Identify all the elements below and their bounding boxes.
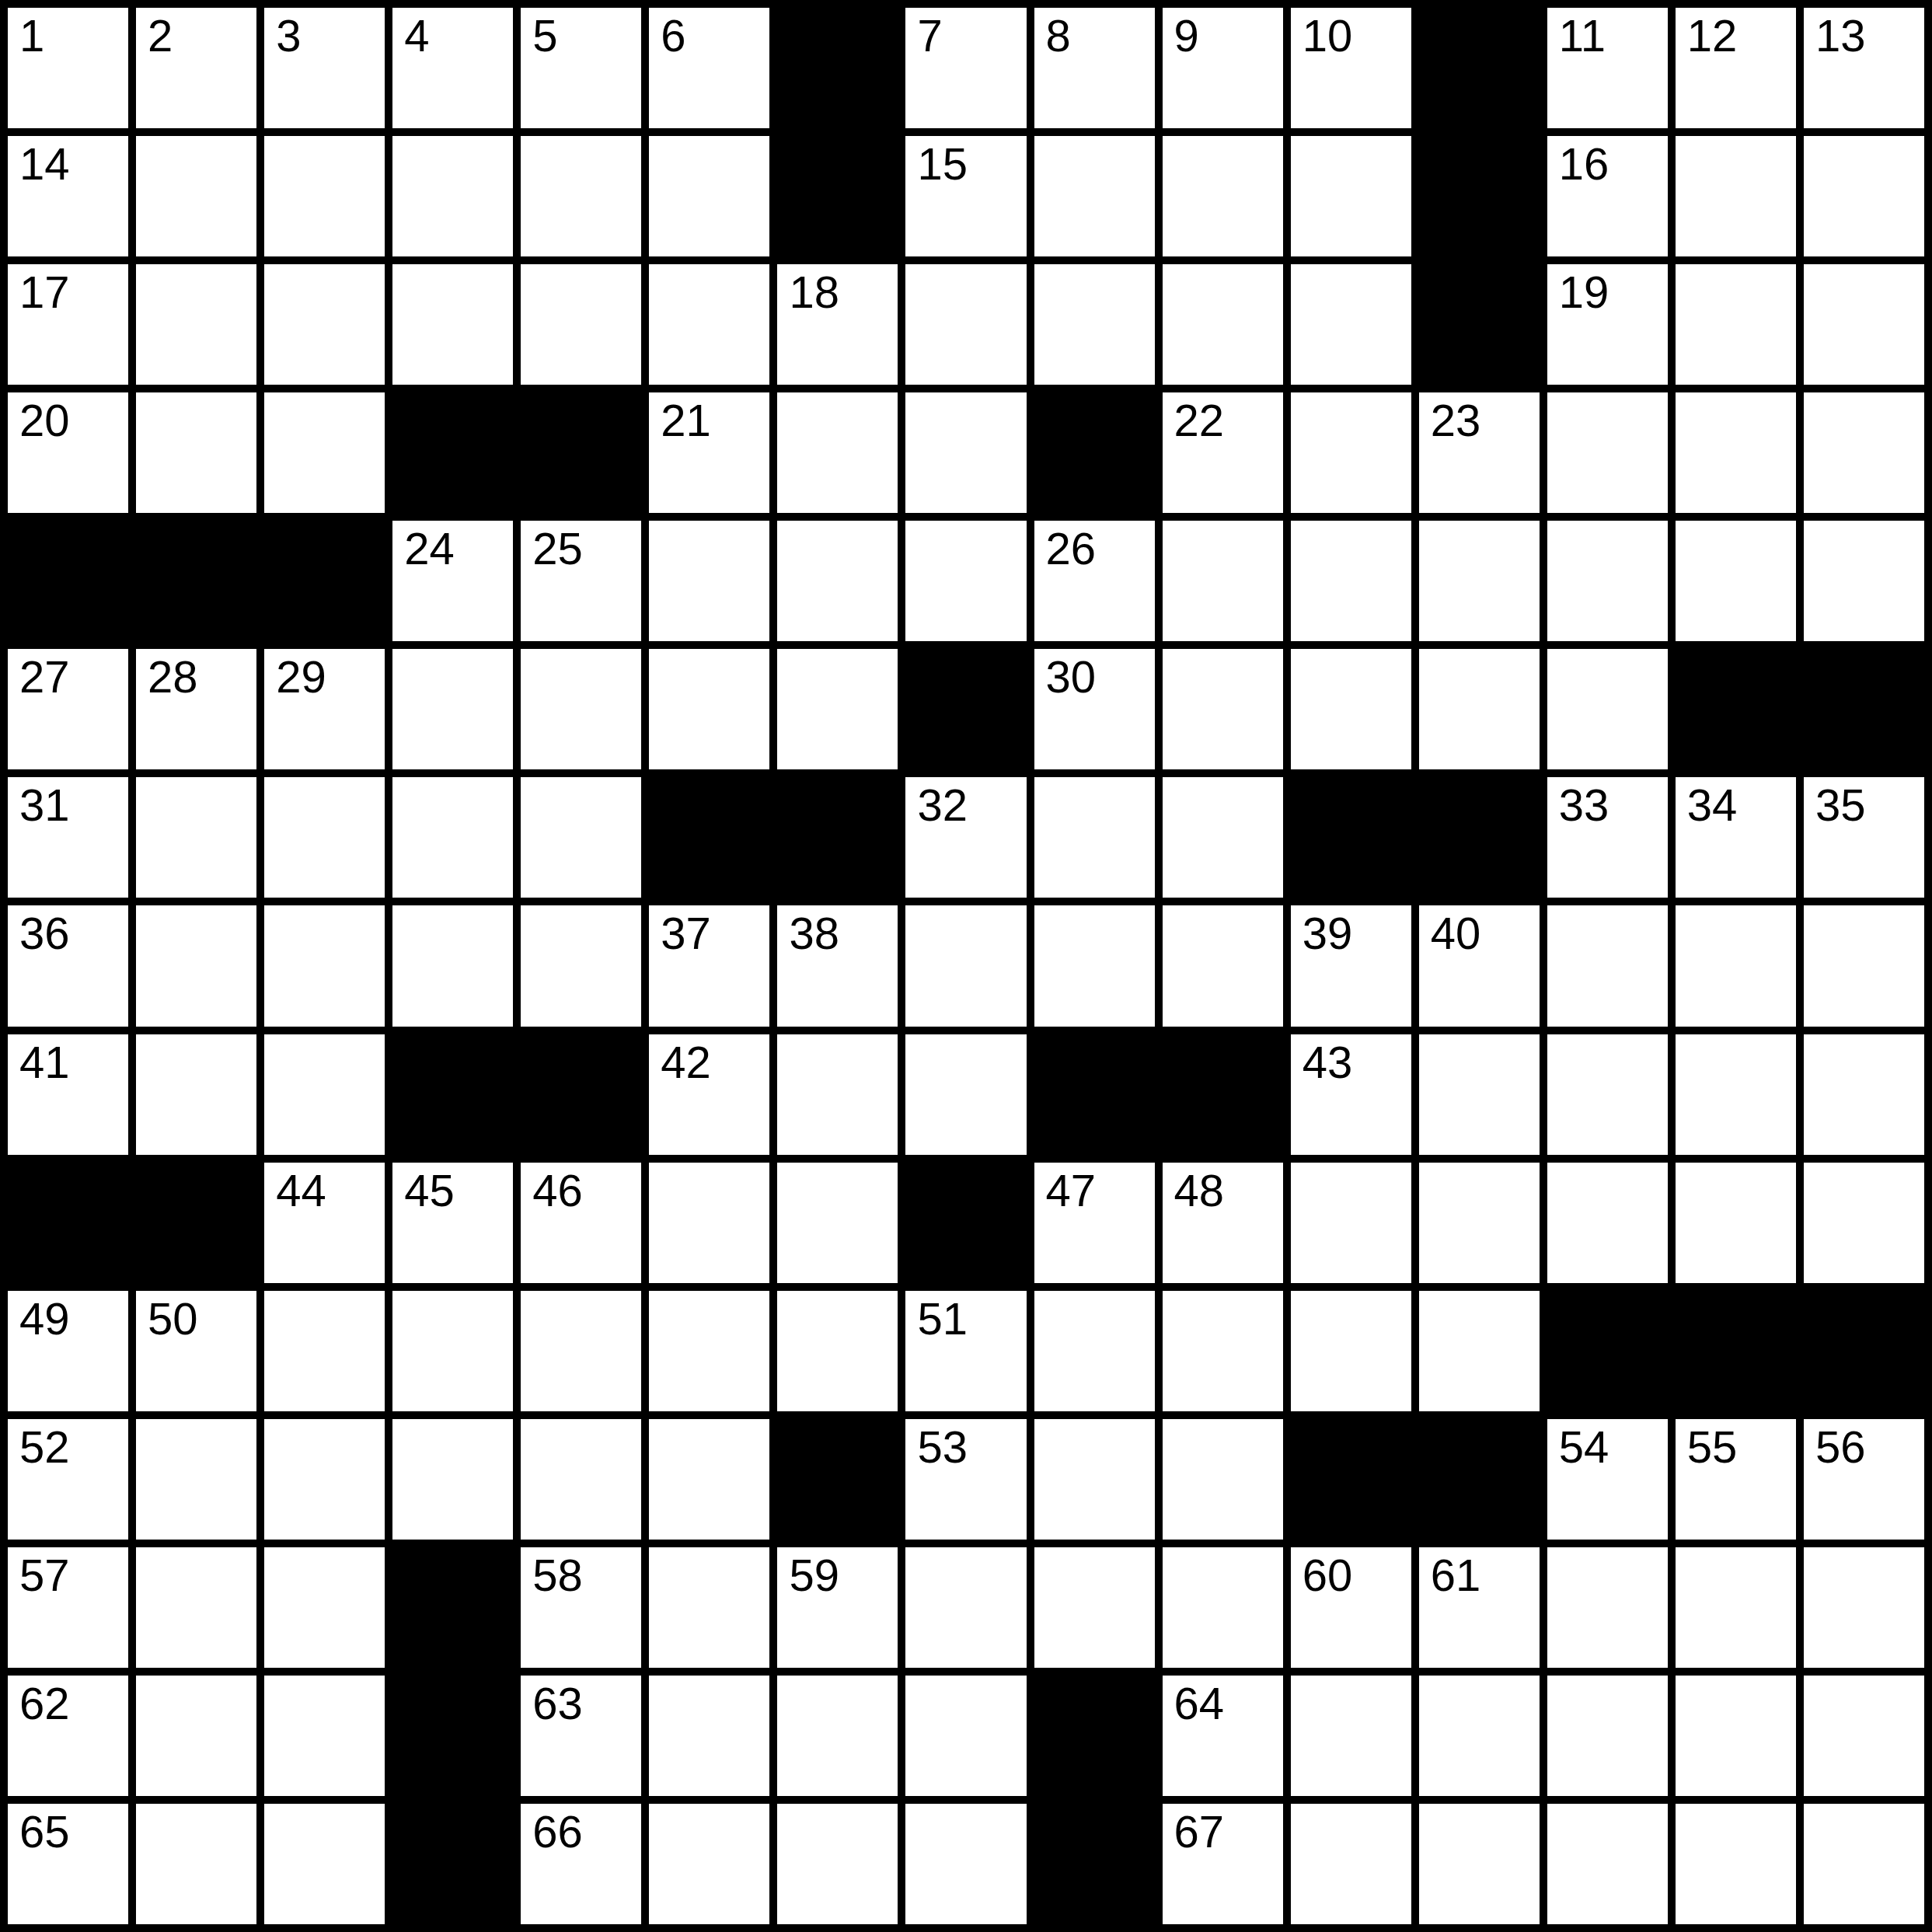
- cell-r2c4[interactable]: [392, 136, 513, 256]
- cell-r13c6[interactable]: [649, 1547, 769, 1668]
- clue-number: 11: [1559, 10, 1606, 62]
- black-square-r4c4: [392, 392, 513, 513]
- clue-number: 51: [917, 1293, 968, 1345]
- cell-r14c12[interactable]: [1419, 1676, 1540, 1796]
- black-square-r5c2: [136, 521, 256, 641]
- cell-r12c5[interactable]: [521, 1419, 641, 1540]
- black-square-r7c7: [777, 777, 898, 898]
- black-square-r15c9: [1034, 1804, 1155, 1924]
- clue-number: 65: [19, 1806, 70, 1858]
- cell-r5c8[interactable]: [905, 521, 1026, 641]
- cell-r15c3[interactable]: [264, 1804, 385, 1924]
- cell-r14c11[interactable]: [1291, 1676, 1411, 1796]
- cell-r4c2[interactable]: [136, 392, 256, 513]
- clue-number: 46: [532, 1165, 583, 1217]
- cell-r5c4[interactable]: 24: [392, 521, 513, 641]
- cell-r15c5[interactable]: 66: [521, 1804, 641, 1924]
- cell-r11c1[interactable]: 49: [8, 1291, 128, 1411]
- clue-number: 31: [19, 779, 70, 832]
- cell-r3c14[interactable]: [1676, 264, 1796, 385]
- cell-r4c13[interactable]: [1547, 392, 1668, 513]
- cell-r7c8[interactable]: 32: [905, 777, 1026, 898]
- cell-r3c2[interactable]: [136, 264, 256, 385]
- cell-r2c9[interactable]: [1034, 136, 1155, 256]
- cell-r12c15[interactable]: 56: [1804, 1419, 1924, 1540]
- cell-r13c9[interactable]: [1034, 1547, 1155, 1668]
- cell-r11c7[interactable]: [777, 1291, 898, 1411]
- cell-r10c14[interactable]: [1676, 1163, 1796, 1283]
- cell-r15c12[interactable]: [1419, 1804, 1540, 1924]
- cell-r4c8[interactable]: [905, 392, 1026, 513]
- cell-r7c2[interactable]: [136, 777, 256, 898]
- clue-number: 10: [1303, 10, 1353, 62]
- clue-number: 18: [789, 267, 839, 319]
- cell-r9c13[interactable]: [1547, 1034, 1668, 1155]
- cell-r6c4[interactable]: [392, 649, 513, 769]
- cell-r5c14[interactable]: [1676, 521, 1796, 641]
- clue-number: 25: [532, 523, 583, 575]
- black-square-r12c11: [1291, 1419, 1411, 1540]
- black-square-r7c6: [649, 777, 769, 898]
- cell-r13c8[interactable]: [905, 1547, 1026, 1668]
- clue-number: 12: [1687, 10, 1738, 62]
- clue-number: 8: [1046, 10, 1071, 62]
- clue-number: 49: [19, 1293, 70, 1345]
- clue-number: 28: [148, 651, 198, 703]
- cell-r7c9[interactable]: [1034, 777, 1155, 898]
- black-square-r12c12: [1419, 1419, 1540, 1540]
- clue-number: 52: [19, 1421, 70, 1473]
- cell-r9c12[interactable]: [1419, 1034, 1540, 1155]
- cell-r15c13[interactable]: [1547, 1804, 1668, 1924]
- cell-r15c11[interactable]: [1291, 1804, 1411, 1924]
- cell-r6c2[interactable]: 28: [136, 649, 256, 769]
- cell-r8c3[interactable]: [264, 905, 385, 1026]
- cell-r4c6[interactable]: 21: [649, 392, 769, 513]
- cell-r14c3[interactable]: [264, 1676, 385, 1796]
- clue-number: 59: [789, 1550, 839, 1602]
- clue-number: 53: [917, 1421, 968, 1473]
- black-square-r10c2: [136, 1163, 256, 1283]
- cell-r8c12[interactable]: 40: [1419, 905, 1540, 1026]
- cell-r4c14[interactable]: [1676, 392, 1796, 513]
- clue-number: 45: [404, 1165, 455, 1217]
- cell-r7c10[interactable]: [1163, 777, 1283, 898]
- cell-r13c12[interactable]: 61: [1419, 1547, 1540, 1668]
- black-square-r14c4: [392, 1676, 513, 1796]
- clue-number: 17: [19, 267, 70, 319]
- cell-r4c1[interactable]: 20: [8, 392, 128, 513]
- black-square-r10c8: [905, 1163, 1026, 1283]
- cell-r10c12[interactable]: [1419, 1163, 1540, 1283]
- black-square-r5c3: [264, 521, 385, 641]
- cell-r1c8[interactable]: 7: [905, 8, 1026, 128]
- cell-r14c2[interactable]: [136, 1676, 256, 1796]
- cell-r1c10[interactable]: 9: [1163, 8, 1283, 128]
- cell-r5c11[interactable]: [1291, 521, 1411, 641]
- cell-r2c15[interactable]: [1804, 136, 1924, 256]
- cell-r1c2[interactable]: 2: [136, 8, 256, 128]
- cell-r8c15[interactable]: [1804, 905, 1924, 1026]
- cell-r8c2[interactable]: [136, 905, 256, 1026]
- cell-r15c1[interactable]: 65: [8, 1804, 128, 1924]
- cell-r6c1[interactable]: 27: [8, 649, 128, 769]
- cell-r5c12[interactable]: [1419, 521, 1540, 641]
- cell-r1c3[interactable]: 3: [264, 8, 385, 128]
- black-square-r11c14: [1676, 1291, 1796, 1411]
- cell-r12c1[interactable]: 52: [8, 1419, 128, 1540]
- cell-r3c1[interactable]: 17: [8, 264, 128, 385]
- clue-number: 6: [661, 10, 685, 62]
- cell-r12c14[interactable]: 55: [1676, 1419, 1796, 1540]
- cell-r12c9[interactable]: [1034, 1419, 1155, 1540]
- cell-r2c6[interactable]: [649, 136, 769, 256]
- cell-r10c7[interactable]: [777, 1163, 898, 1283]
- clue-number: 42: [661, 1037, 711, 1089]
- black-square-r9c4: [392, 1034, 513, 1155]
- crossword-grid: 1234567891011121314151617181920212223242…: [0, 0, 1932, 1932]
- cell-r13c7[interactable]: 59: [777, 1547, 898, 1668]
- black-square-r6c14: [1676, 649, 1796, 769]
- cell-r5c13[interactable]: [1547, 521, 1668, 641]
- cell-r7c5[interactable]: [521, 777, 641, 898]
- black-square-r9c5: [521, 1034, 641, 1155]
- black-square-r10c1: [8, 1163, 128, 1283]
- cell-r13c5[interactable]: 58: [521, 1547, 641, 1668]
- clue-number: 36: [19, 908, 70, 960]
- cell-r8c5[interactable]: [521, 905, 641, 1026]
- cell-r10c6[interactable]: [649, 1163, 769, 1283]
- black-square-r2c7: [777, 136, 898, 256]
- clue-number: 2: [148, 10, 173, 62]
- cell-r9c7[interactable]: [777, 1034, 898, 1155]
- cell-r8c9[interactable]: [1034, 905, 1155, 1026]
- cell-r4c3[interactable]: [264, 392, 385, 513]
- cell-r10c15[interactable]: [1804, 1163, 1924, 1283]
- black-square-r15c4: [392, 1804, 513, 1924]
- cell-r9c8[interactable]: [905, 1034, 1026, 1155]
- cell-r11c10[interactable]: [1163, 1291, 1283, 1411]
- cell-r3c9[interactable]: [1034, 264, 1155, 385]
- cell-r4c12[interactable]: 23: [1419, 392, 1540, 513]
- clue-number: 24: [404, 523, 455, 575]
- clue-number: 4: [404, 10, 429, 62]
- clue-number: 33: [1559, 779, 1609, 832]
- clue-number: 15: [917, 138, 968, 190]
- black-square-r12c7: [777, 1419, 898, 1540]
- cell-r3c6[interactable]: [649, 264, 769, 385]
- cell-r11c8[interactable]: 51: [905, 1291, 1026, 1411]
- cell-r11c3[interactable]: [264, 1291, 385, 1411]
- cell-r14c13[interactable]: [1547, 1676, 1668, 1796]
- clue-number: 26: [1046, 523, 1097, 575]
- cell-r1c14[interactable]: 12: [1676, 8, 1796, 128]
- black-square-r1c12: [1419, 8, 1540, 128]
- black-square-r11c15: [1804, 1291, 1924, 1411]
- cell-r7c4[interactable]: [392, 777, 513, 898]
- cell-r5c6[interactable]: [649, 521, 769, 641]
- cell-r6c13[interactable]: [1547, 649, 1668, 769]
- cell-r4c15[interactable]: [1804, 392, 1924, 513]
- clue-number: 57: [19, 1550, 70, 1602]
- cell-r13c2[interactable]: [136, 1547, 256, 1668]
- clue-number: 41: [19, 1037, 70, 1089]
- clue-number: 9: [1174, 10, 1199, 62]
- cell-r14c15[interactable]: [1804, 1676, 1924, 1796]
- black-square-r1c7: [777, 8, 898, 128]
- clue-number: 14: [19, 138, 70, 190]
- cell-r8c13[interactable]: [1547, 905, 1668, 1026]
- cell-r3c15[interactable]: [1804, 264, 1924, 385]
- cell-r6c5[interactable]: [521, 649, 641, 769]
- cell-r8c6[interactable]: 37: [649, 905, 769, 1026]
- cell-r5c7[interactable]: [777, 521, 898, 641]
- cell-r12c4[interactable]: [392, 1419, 513, 1540]
- cell-r5c9[interactable]: 26: [1034, 521, 1155, 641]
- cell-r15c6[interactable]: [649, 1804, 769, 1924]
- cell-r1c4[interactable]: 4: [392, 8, 513, 128]
- cell-r1c1[interactable]: 1: [8, 8, 128, 128]
- cell-r2c5[interactable]: [521, 136, 641, 256]
- cell-r8c8[interactable]: [905, 905, 1026, 1026]
- clue-number: 16: [1559, 138, 1609, 190]
- cell-r8c10[interactable]: [1163, 905, 1283, 1026]
- cell-r11c11[interactable]: [1291, 1291, 1411, 1411]
- clue-number: 23: [1431, 395, 1481, 447]
- cell-r6c3[interactable]: 29: [264, 649, 385, 769]
- cell-r14c5[interactable]: 63: [521, 1676, 641, 1796]
- cell-r7c1[interactable]: 31: [8, 777, 128, 898]
- cell-r9c6[interactable]: 42: [649, 1034, 769, 1155]
- cell-r13c14[interactable]: [1676, 1547, 1796, 1668]
- cell-r7c14[interactable]: 34: [1676, 777, 1796, 898]
- cell-r3c4[interactable]: [392, 264, 513, 385]
- clue-number: 20: [19, 395, 70, 447]
- clue-number: 62: [19, 1678, 70, 1730]
- cell-r4c10[interactable]: 22: [1163, 392, 1283, 513]
- clue-number: 50: [148, 1293, 198, 1345]
- cell-r9c3[interactable]: [264, 1034, 385, 1155]
- clue-number: 40: [1431, 908, 1481, 960]
- cell-r12c2[interactable]: [136, 1419, 256, 1540]
- cell-r13c11[interactable]: 60: [1291, 1547, 1411, 1668]
- black-square-r9c10: [1163, 1034, 1283, 1155]
- clue-number: 34: [1687, 779, 1738, 832]
- black-square-r4c5: [521, 392, 641, 513]
- cell-r11c12[interactable]: [1419, 1291, 1540, 1411]
- cell-r6c7[interactable]: [777, 649, 898, 769]
- clue-number: 21: [661, 395, 711, 447]
- clue-number: 64: [1174, 1678, 1225, 1730]
- cell-r10c5[interactable]: 46: [521, 1163, 641, 1283]
- clue-number: 44: [276, 1165, 326, 1217]
- cell-r4c11[interactable]: [1291, 392, 1411, 513]
- black-square-r6c8: [905, 649, 1026, 769]
- cell-r3c13[interactable]: 19: [1547, 264, 1668, 385]
- clue-number: 3: [276, 10, 301, 62]
- cell-r2c1[interactable]: 14: [8, 136, 128, 256]
- cell-r3c7[interactable]: 18: [777, 264, 898, 385]
- cell-r11c2[interactable]: 50: [136, 1291, 256, 1411]
- cell-r11c9[interactable]: [1034, 1291, 1155, 1411]
- cell-r6c10[interactable]: [1163, 649, 1283, 769]
- clue-number: 66: [532, 1806, 583, 1858]
- black-square-r14c9: [1034, 1676, 1155, 1796]
- cell-r11c4[interactable]: [392, 1291, 513, 1411]
- cell-r6c6[interactable]: [649, 649, 769, 769]
- clue-number: 60: [1303, 1550, 1353, 1602]
- cell-r3c3[interactable]: [264, 264, 385, 385]
- black-square-r2c12: [1419, 136, 1540, 256]
- black-square-r4c9: [1034, 392, 1155, 513]
- clue-number: 29: [276, 651, 326, 703]
- cell-r14c10[interactable]: 64: [1163, 1676, 1283, 1796]
- cell-r1c11[interactable]: 10: [1291, 8, 1411, 128]
- cell-r8c14[interactable]: [1676, 905, 1796, 1026]
- cell-r14c6[interactable]: [649, 1676, 769, 1796]
- cell-r2c2[interactable]: [136, 136, 256, 256]
- black-square-r7c11: [1291, 777, 1411, 898]
- cell-r14c14[interactable]: [1676, 1676, 1796, 1796]
- clue-number: 1: [19, 10, 44, 62]
- cell-r6c9[interactable]: 30: [1034, 649, 1155, 769]
- cell-r2c13[interactable]: 16: [1547, 136, 1668, 256]
- cell-r2c8[interactable]: 15: [905, 136, 1026, 256]
- cell-r2c3[interactable]: [264, 136, 385, 256]
- clue-number: 39: [1303, 908, 1353, 960]
- cell-r12c13[interactable]: 54: [1547, 1419, 1668, 1540]
- cell-r9c14[interactable]: [1676, 1034, 1796, 1155]
- cell-r14c7[interactable]: [777, 1676, 898, 1796]
- cell-r3c5[interactable]: [521, 264, 641, 385]
- cell-r15c15[interactable]: [1804, 1804, 1924, 1924]
- clue-number: 35: [1815, 779, 1866, 832]
- cell-r1c5[interactable]: 5: [521, 8, 641, 128]
- black-square-r11c13: [1547, 1291, 1668, 1411]
- clue-number: 5: [532, 10, 557, 62]
- black-square-r5c1: [8, 521, 128, 641]
- cell-r10c13[interactable]: [1547, 1163, 1668, 1283]
- cell-r2c10[interactable]: [1163, 136, 1283, 256]
- cell-r1c13[interactable]: 11: [1547, 8, 1668, 128]
- cell-r5c5[interactable]: 25: [521, 521, 641, 641]
- cell-r10c10[interactable]: 48: [1163, 1163, 1283, 1283]
- cell-r3c8[interactable]: [905, 264, 1026, 385]
- cell-r3c11[interactable]: [1291, 264, 1411, 385]
- clue-number: 54: [1559, 1421, 1609, 1473]
- black-square-r13c4: [392, 1547, 513, 1668]
- clue-number: 63: [532, 1678, 583, 1730]
- cell-r15c7[interactable]: [777, 1804, 898, 1924]
- black-square-r7c12: [1419, 777, 1540, 898]
- cell-r5c10[interactable]: [1163, 521, 1283, 641]
- cell-r12c8[interactable]: 53: [905, 1419, 1026, 1540]
- cell-r15c8[interactable]: [905, 1804, 1026, 1924]
- clue-number: 27: [19, 651, 70, 703]
- clue-number: 22: [1174, 395, 1225, 447]
- cell-r1c9[interactable]: 8: [1034, 8, 1155, 128]
- cell-r6c11[interactable]: [1291, 649, 1411, 769]
- cell-r9c15[interactable]: [1804, 1034, 1924, 1155]
- black-square-r9c9: [1034, 1034, 1155, 1155]
- cell-r7c3[interactable]: [264, 777, 385, 898]
- black-square-r6c15: [1804, 649, 1924, 769]
- cell-r15c14[interactable]: [1676, 1804, 1796, 1924]
- cell-r9c2[interactable]: [136, 1034, 256, 1155]
- cell-r9c1[interactable]: 41: [8, 1034, 128, 1155]
- cell-r1c6[interactable]: 6: [649, 8, 769, 128]
- clue-number: 43: [1303, 1037, 1353, 1089]
- cell-r8c11[interactable]: 39: [1291, 905, 1411, 1026]
- cell-r13c3[interactable]: [264, 1547, 385, 1668]
- clue-number: 47: [1046, 1165, 1097, 1217]
- cell-r14c1[interactable]: 62: [8, 1676, 128, 1796]
- cell-r14c8[interactable]: [905, 1676, 1026, 1796]
- clue-number: 67: [1174, 1806, 1225, 1858]
- cell-r10c11[interactable]: [1291, 1163, 1411, 1283]
- cell-r5c15[interactable]: [1804, 521, 1924, 641]
- cell-r15c2[interactable]: [136, 1804, 256, 1924]
- cell-r2c11[interactable]: [1291, 136, 1411, 256]
- cell-r8c4[interactable]: [392, 905, 513, 1026]
- cell-r3c10[interactable]: [1163, 264, 1283, 385]
- cell-r11c6[interactable]: [649, 1291, 769, 1411]
- cell-r2c14[interactable]: [1676, 136, 1796, 256]
- black-square-r3c12: [1419, 264, 1540, 385]
- clue-number: 7: [917, 10, 942, 62]
- clue-number: 19: [1559, 267, 1609, 319]
- clue-number: 30: [1046, 651, 1097, 703]
- cell-r4c7[interactable]: [777, 392, 898, 513]
- cell-r13c10[interactable]: [1163, 1547, 1283, 1668]
- cell-r10c3[interactable]: 44: [264, 1163, 385, 1283]
- cell-r7c15[interactable]: 35: [1804, 777, 1924, 898]
- cell-r12c3[interactable]: [264, 1419, 385, 1540]
- cell-r10c4[interactable]: 45: [392, 1163, 513, 1283]
- clue-number: 37: [661, 908, 711, 960]
- cell-r13c15[interactable]: [1804, 1547, 1924, 1668]
- cell-r12c6[interactable]: [649, 1419, 769, 1540]
- cell-r9c11[interactable]: 43: [1291, 1034, 1411, 1155]
- clue-number: 55: [1687, 1421, 1738, 1473]
- cell-r8c1[interactable]: 36: [8, 905, 128, 1026]
- cell-r1c15[interactable]: 13: [1804, 8, 1924, 128]
- cell-r7c13[interactable]: 33: [1547, 777, 1668, 898]
- clue-number: 13: [1815, 10, 1866, 62]
- cell-r13c13[interactable]: [1547, 1547, 1668, 1668]
- cell-r15c10[interactable]: 67: [1163, 1804, 1283, 1924]
- cell-r12c10[interactable]: [1163, 1419, 1283, 1540]
- cell-r10c9[interactable]: 47: [1034, 1163, 1155, 1283]
- cell-r6c12[interactable]: [1419, 649, 1540, 769]
- cell-r13c1[interactable]: 57: [8, 1547, 128, 1668]
- cell-r11c5[interactable]: [521, 1291, 641, 1411]
- clue-number: 56: [1815, 1421, 1866, 1473]
- clue-number: 38: [789, 908, 839, 960]
- clue-number: 32: [917, 779, 968, 832]
- clue-number: 48: [1174, 1165, 1225, 1217]
- clue-number: 61: [1431, 1550, 1481, 1602]
- cell-r8c7[interactable]: 38: [777, 905, 898, 1026]
- clue-number: 58: [532, 1550, 583, 1602]
